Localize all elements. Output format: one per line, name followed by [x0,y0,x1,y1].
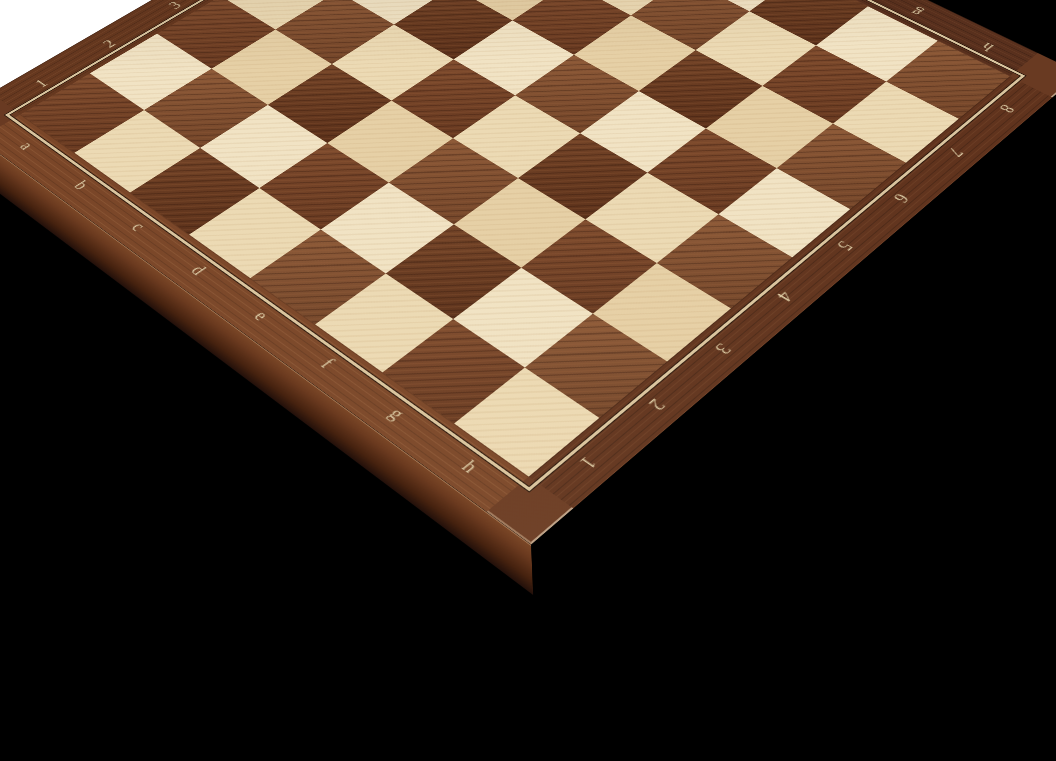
squares-grid [21,0,1010,477]
scene-viewport: abcdefgh abcdefgh 87654321 87654321 [0,0,1056,761]
file-near-label-h: h [458,458,481,476]
rank-right-8: 8 [959,76,1053,140]
square-g2 [454,268,593,367]
square-d1 [189,188,321,279]
square-f5 [580,91,706,173]
chess-board: abcdefgh abcdefgh 87654321 87654321 [0,0,1056,545]
rank-left-label-3: 3 [166,0,183,10]
square-g3 [521,219,656,313]
square-e3 [389,138,518,224]
square-b1 [74,110,200,193]
square-g6 [706,86,832,168]
square-f2 [386,224,521,319]
square-h7 [833,81,959,163]
file-near-label-f: f [317,356,337,371]
rank-right-6: 6 [850,163,949,234]
square-f3 [453,178,585,268]
square-d2 [259,143,388,229]
rank-right-label-3: 3 [710,340,733,356]
square-e2 [321,183,453,273]
square-g4 [586,173,718,263]
rank-left-label-1: 1 [32,77,50,89]
square-e4 [453,95,579,177]
camera-tilt-wrapper: abcdefgh abcdefgh 87654321 87654321 [0,0,1056,761]
rank-right-label-1: 1 [575,453,598,470]
rank-right-label-7: 7 [944,145,965,158]
rank-right-1: 1 [529,418,645,509]
square-h2 [525,313,667,417]
rank-right-label-5: 5 [833,238,855,252]
file-near-label-b: b [71,178,92,192]
square-c2 [201,105,327,188]
square-f4 [518,133,647,219]
perspective-scene: abcdefgh abcdefgh 87654321 87654321 [0,0,1056,761]
square-e1 [250,229,385,324]
file-near-label-d: d [188,263,209,278]
square-h1 [454,367,600,477]
rank-right-5: 5 [792,209,894,283]
square-h4 [657,214,792,308]
rank-right-label-8: 8 [996,102,1017,114]
rank-right-label-6: 6 [890,191,911,204]
rank-right-label-4: 4 [773,288,795,303]
square-h6 [777,123,906,208]
square-h3 [592,263,731,362]
square-d3 [327,100,453,182]
file-near-label-g: g [385,405,408,422]
file-near-label-c: c [128,220,148,234]
file-near-label-e: e [251,308,272,323]
square-g5 [647,128,776,214]
rank-right-3: 3 [667,308,775,390]
frame-band-ranks-right: 87654321 [529,76,1053,508]
square-f1 [315,273,454,372]
square-h5 [718,168,850,258]
square-c1 [130,148,259,235]
square-g1 [382,319,524,423]
frame-band-files-near: abcdefgh [0,114,529,511]
rank-right-4: 4 [731,257,836,335]
file-near-label-a: a [17,139,37,151]
file-far-label-h: h [978,41,996,53]
file-far-label-g: g [908,7,925,18]
rank-right-2: 2 [600,361,712,447]
rank-left-label-2: 2 [100,38,118,49]
rank-right-7: 7 [906,119,1002,186]
rank-right-label-2: 2 [644,396,667,412]
